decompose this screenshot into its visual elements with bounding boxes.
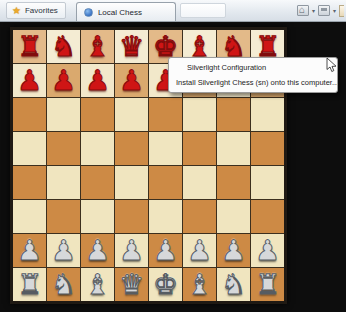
red-rook-piece[interactable]: ♜ xyxy=(17,30,42,63)
browser-toolbar: ★ Favorites Local Chess ▾ ▾ xyxy=(0,0,346,22)
silver-bishop-piece[interactable]: ♝ xyxy=(187,268,212,301)
square-c5[interactable] xyxy=(81,132,114,165)
square-e5[interactable] xyxy=(149,132,182,165)
square-e1[interactable]: ♚ xyxy=(149,268,182,301)
silver-king-piece[interactable]: ♚ xyxy=(153,268,178,301)
square-g2[interactable]: ♟ xyxy=(217,234,250,267)
silver-knight-piece[interactable]: ♞ xyxy=(51,268,76,301)
square-b6[interactable] xyxy=(47,98,80,131)
square-b3[interactable] xyxy=(47,200,80,233)
square-a4[interactable] xyxy=(13,166,46,199)
square-b4[interactable] xyxy=(47,166,80,199)
square-b1[interactable]: ♞ xyxy=(47,268,80,301)
square-h6[interactable] xyxy=(251,98,284,131)
square-h4[interactable] xyxy=(251,166,284,199)
square-h3[interactable] xyxy=(251,200,284,233)
tab-local-chess[interactable]: Local Chess xyxy=(76,2,176,21)
square-d4[interactable] xyxy=(115,166,148,199)
square-c1[interactable]: ♝ xyxy=(81,268,114,301)
red-knight-piece[interactable]: ♞ xyxy=(51,30,76,63)
square-g4[interactable] xyxy=(217,166,250,199)
silver-pawn-piece[interactable]: ♟ xyxy=(255,234,280,267)
square-f3[interactable] xyxy=(183,200,216,233)
square-h2[interactable]: ♟ xyxy=(251,234,284,267)
mouse-cursor-icon xyxy=(326,58,337,77)
square-e4[interactable] xyxy=(149,166,182,199)
square-c7[interactable]: ♟ xyxy=(81,64,114,97)
square-g6[interactable] xyxy=(217,98,250,131)
home-dropdown-caret-icon[interactable]: ▾ xyxy=(312,7,315,14)
square-h1[interactable]: ♜ xyxy=(251,268,284,301)
silver-rook-piece[interactable]: ♜ xyxy=(17,268,42,301)
tab-title: Local Chess xyxy=(98,8,142,17)
square-d5[interactable] xyxy=(115,132,148,165)
square-e3[interactable] xyxy=(149,200,182,233)
red-queen-piece[interactable]: ♛ xyxy=(119,30,144,63)
silver-knight-piece[interactable]: ♞ xyxy=(221,268,246,301)
silver-pawn-piece[interactable]: ♟ xyxy=(17,234,42,267)
red-pawn-piece[interactable]: ♟ xyxy=(17,64,42,97)
square-e2[interactable]: ♟ xyxy=(149,234,182,267)
command-bar: ▾ ▾ xyxy=(297,5,346,17)
square-f5[interactable] xyxy=(183,132,216,165)
square-b7[interactable]: ♟ xyxy=(47,64,80,97)
red-pawn-piece[interactable]: ♟ xyxy=(51,64,76,97)
square-c8[interactable]: ♝ xyxy=(81,30,114,63)
square-d3[interactable] xyxy=(115,200,148,233)
page-icon[interactable] xyxy=(339,5,344,17)
square-a2[interactable]: ♟ xyxy=(13,234,46,267)
menu-item-silverlight-configuration[interactable]: Silverlight Configuration xyxy=(169,60,337,75)
favorites-label: Favorites xyxy=(25,6,58,15)
silver-queen-piece[interactable]: ♛ xyxy=(119,268,144,301)
square-b2[interactable]: ♟ xyxy=(47,234,80,267)
print-dropdown-caret-icon[interactable]: ▾ xyxy=(333,7,336,14)
square-h5[interactable] xyxy=(251,132,284,165)
square-d7[interactable]: ♟ xyxy=(115,64,148,97)
square-c4[interactable] xyxy=(81,166,114,199)
square-d6[interactable] xyxy=(115,98,148,131)
red-bishop-piece[interactable]: ♝ xyxy=(85,30,110,63)
favorites-star-icon: ★ xyxy=(12,6,21,16)
square-g1[interactable]: ♞ xyxy=(217,268,250,301)
silver-pawn-piece[interactable]: ♟ xyxy=(85,234,110,267)
print-icon[interactable] xyxy=(318,5,330,16)
silver-rook-piece[interactable]: ♜ xyxy=(255,268,280,301)
favorites-button[interactable]: ★ Favorites xyxy=(6,2,66,19)
square-a7[interactable]: ♟ xyxy=(13,64,46,97)
square-c6[interactable] xyxy=(81,98,114,131)
square-f2[interactable]: ♟ xyxy=(183,234,216,267)
square-f6[interactable] xyxy=(183,98,216,131)
square-d1[interactable]: ♛ xyxy=(115,268,148,301)
silver-pawn-piece[interactable]: ♟ xyxy=(153,234,178,267)
square-g5[interactable] xyxy=(217,132,250,165)
square-b8[interactable]: ♞ xyxy=(47,30,80,63)
page-favicon-icon xyxy=(84,8,93,17)
silver-pawn-piece[interactable]: ♟ xyxy=(187,234,212,267)
square-d8[interactable]: ♛ xyxy=(115,30,148,63)
square-e6[interactable] xyxy=(149,98,182,131)
square-b5[interactable] xyxy=(47,132,80,165)
silver-pawn-piece[interactable]: ♟ xyxy=(119,234,144,267)
square-a1[interactable]: ♜ xyxy=(13,268,46,301)
square-f4[interactable] xyxy=(183,166,216,199)
silver-pawn-piece[interactable]: ♟ xyxy=(221,234,246,267)
new-tab-button[interactable] xyxy=(180,3,226,18)
red-pawn-piece[interactable]: ♟ xyxy=(119,64,144,97)
square-a8[interactable]: ♜ xyxy=(13,30,46,63)
silverlight-context-menu: Silverlight Configuration Install Silver… xyxy=(168,57,338,93)
silver-bishop-piece[interactable]: ♝ xyxy=(85,268,110,301)
square-g3[interactable] xyxy=(217,200,250,233)
home-icon[interactable] xyxy=(297,5,309,16)
square-a5[interactable] xyxy=(13,132,46,165)
square-c3[interactable] xyxy=(81,200,114,233)
red-pawn-piece[interactable]: ♟ xyxy=(85,64,110,97)
square-f1[interactable]: ♝ xyxy=(183,268,216,301)
square-a3[interactable] xyxy=(13,200,46,233)
menu-item-install-app[interactable]: Install Silverlight Chess (sn) onto this… xyxy=(169,75,337,90)
square-a6[interactable] xyxy=(13,98,46,131)
square-c2[interactable]: ♟ xyxy=(81,234,114,267)
silver-pawn-piece[interactable]: ♟ xyxy=(51,234,76,267)
square-d2[interactable]: ♟ xyxy=(115,234,148,267)
